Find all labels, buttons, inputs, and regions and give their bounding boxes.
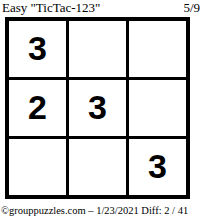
footer: ©grouppuzzles.com – 1/23/2021 Diff: 2 / …: [1, 204, 201, 218]
cell-r1c0[interactable]: 2: [9, 80, 66, 136]
puzzle-page: Easy "TicTac-123" 5/9 3 2 3 3 ©grouppuzz…: [0, 0, 202, 221]
cell-r2c1[interactable]: [69, 139, 126, 195]
header: Easy "TicTac-123" 5/9: [2, 1, 200, 15]
copyright-line: ©grouppuzzles.com – 1/23/2021 Diff: 2 / …: [1, 205, 188, 216]
cell-r1c1[interactable]: 3: [69, 80, 126, 136]
cell-r2c0[interactable]: [9, 139, 66, 195]
cell-r1c2[interactable]: [129, 80, 186, 136]
puzzle-grid: 3 2 3 3: [5, 17, 190, 199]
page-indicator: 5/9: [183, 1, 200, 15]
cell-r2c2[interactable]: 3: [129, 139, 186, 195]
cell-r0c2[interactable]: [129, 21, 186, 77]
puzzle-title: Easy "TicTac-123": [2, 1, 100, 15]
cell-r0c1[interactable]: [69, 21, 126, 77]
cell-r0c0[interactable]: 3: [9, 21, 66, 77]
